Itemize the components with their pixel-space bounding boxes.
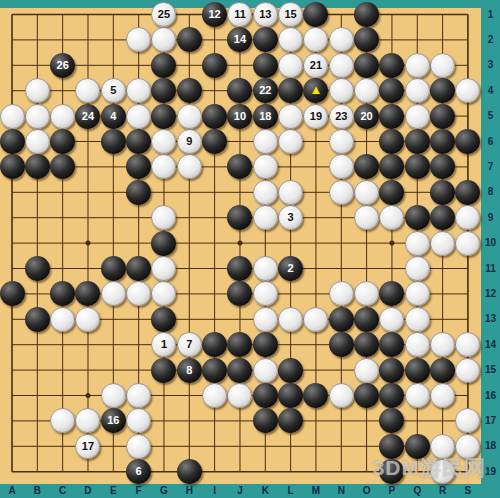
black-stone-move-8: 8 bbox=[177, 358, 202, 383]
column-label-L: L bbox=[281, 484, 301, 498]
black-stone bbox=[0, 129, 25, 154]
white-stone-move-5: 5 bbox=[101, 78, 126, 103]
column-label-J: J bbox=[230, 484, 250, 498]
black-stone bbox=[379, 104, 404, 129]
black-stone bbox=[101, 256, 126, 281]
black-stone bbox=[227, 358, 252, 383]
row-label-17: 17 bbox=[481, 416, 500, 426]
black-stone bbox=[25, 307, 50, 332]
star-point bbox=[85, 241, 90, 246]
black-stone bbox=[101, 129, 126, 154]
row-label-12: 12 bbox=[481, 289, 500, 299]
white-stone bbox=[278, 129, 303, 154]
white-stone bbox=[430, 434, 455, 459]
white-stone bbox=[278, 307, 303, 332]
white-stone bbox=[430, 383, 455, 408]
row-label-3: 3 bbox=[481, 60, 500, 70]
black-stone bbox=[151, 231, 176, 256]
black-stone-move-2: 2 bbox=[278, 256, 303, 281]
white-stone bbox=[405, 281, 430, 306]
black-stone bbox=[50, 129, 75, 154]
column-label-B: B bbox=[27, 484, 47, 498]
star-point bbox=[237, 241, 242, 246]
black-stone bbox=[126, 180, 151, 205]
black-stone bbox=[430, 358, 455, 383]
black-stone-move-12: 12 bbox=[202, 2, 227, 27]
white-stone bbox=[126, 383, 151, 408]
white-stone bbox=[405, 231, 430, 256]
white-stone bbox=[0, 104, 25, 129]
white-stone bbox=[405, 332, 430, 357]
row-label-10: 10 bbox=[481, 238, 500, 248]
black-stone bbox=[354, 383, 379, 408]
row-label-15: 15 bbox=[481, 365, 500, 375]
black-stone bbox=[177, 459, 202, 484]
white-stone bbox=[329, 383, 354, 408]
row-label-5: 5 bbox=[481, 111, 500, 121]
white-stone bbox=[253, 129, 278, 154]
black-stone bbox=[253, 383, 278, 408]
black-stone-move-22: 22 bbox=[253, 78, 278, 103]
white-stone-move-9: 9 bbox=[177, 129, 202, 154]
black-stone-move-24: 24 bbox=[75, 104, 100, 129]
white-stone bbox=[126, 104, 151, 129]
row-label-18: 18 bbox=[481, 441, 500, 451]
black-stone bbox=[329, 332, 354, 357]
row-label-14: 14 bbox=[481, 340, 500, 350]
row-label-6: 6 bbox=[481, 137, 500, 147]
row-label-4: 4 bbox=[481, 86, 500, 96]
black-stone bbox=[405, 154, 430, 179]
black-stone bbox=[253, 332, 278, 357]
black-stone bbox=[354, 307, 379, 332]
black-stone bbox=[329, 307, 354, 332]
white-stone-move-7: 7 bbox=[177, 332, 202, 357]
column-label-A: A bbox=[2, 484, 22, 498]
row-label-11: 11 bbox=[481, 264, 500, 274]
black-stone bbox=[126, 256, 151, 281]
white-stone bbox=[126, 434, 151, 459]
column-label-I: I bbox=[205, 484, 225, 498]
black-stone bbox=[202, 104, 227, 129]
white-stone bbox=[253, 205, 278, 230]
white-stone-move-19: 19 bbox=[303, 104, 328, 129]
white-stone bbox=[354, 180, 379, 205]
white-stone bbox=[430, 53, 455, 78]
white-stone bbox=[405, 307, 430, 332]
white-stone bbox=[329, 53, 354, 78]
black-stone bbox=[202, 129, 227, 154]
black-stone bbox=[126, 129, 151, 154]
column-label-E: E bbox=[103, 484, 123, 498]
black-stone bbox=[405, 129, 430, 154]
black-stone bbox=[354, 2, 379, 27]
white-stone bbox=[278, 180, 303, 205]
row-label-1: 1 bbox=[481, 10, 500, 20]
black-stone bbox=[25, 256, 50, 281]
column-label-O: O bbox=[357, 484, 377, 498]
black-stone bbox=[405, 358, 430, 383]
row-label-8: 8 bbox=[481, 187, 500, 197]
white-stone bbox=[253, 256, 278, 281]
white-stone bbox=[455, 231, 480, 256]
black-stone bbox=[405, 205, 430, 230]
column-label-R: R bbox=[433, 484, 453, 498]
white-stone bbox=[405, 256, 430, 281]
white-stone bbox=[278, 104, 303, 129]
white-stone bbox=[354, 358, 379, 383]
black-stone bbox=[430, 104, 455, 129]
black-stone bbox=[379, 358, 404, 383]
column-label-S: S bbox=[458, 484, 478, 498]
black-stone-move-18: 18 bbox=[253, 104, 278, 129]
white-stone bbox=[177, 104, 202, 129]
column-label-N: N bbox=[331, 484, 351, 498]
white-stone bbox=[430, 231, 455, 256]
column-label-H: H bbox=[179, 484, 199, 498]
white-stone bbox=[253, 358, 278, 383]
triangle-mark-icon: ▲ bbox=[310, 83, 323, 96]
white-stone bbox=[253, 180, 278, 205]
row-label-7: 7 bbox=[481, 162, 500, 172]
column-label-K: K bbox=[255, 484, 275, 498]
black-stone bbox=[278, 383, 303, 408]
white-stone bbox=[329, 78, 354, 103]
column-label-F: F bbox=[129, 484, 149, 498]
white-stone bbox=[405, 78, 430, 103]
column-label-C: C bbox=[53, 484, 73, 498]
row-label-13: 13 bbox=[481, 314, 500, 324]
black-stone bbox=[202, 53, 227, 78]
white-stone bbox=[25, 78, 50, 103]
black-stone-move-10: 10 bbox=[227, 104, 252, 129]
black-stone bbox=[202, 358, 227, 383]
black-stone-move-26: 26 bbox=[50, 53, 75, 78]
black-stone bbox=[151, 104, 176, 129]
white-stone bbox=[50, 307, 75, 332]
black-stone bbox=[253, 53, 278, 78]
star-point bbox=[389, 241, 394, 246]
black-stone bbox=[151, 358, 176, 383]
white-stone bbox=[50, 104, 75, 129]
white-stone bbox=[329, 180, 354, 205]
column-label-G: G bbox=[154, 484, 174, 498]
black-stone bbox=[430, 180, 455, 205]
black-stone bbox=[0, 154, 25, 179]
white-stone bbox=[101, 383, 126, 408]
column-label-M: M bbox=[306, 484, 326, 498]
black-stone bbox=[354, 53, 379, 78]
white-stone-move-15: 15 bbox=[278, 2, 303, 27]
white-stone bbox=[25, 129, 50, 154]
white-stone bbox=[405, 104, 430, 129]
column-label-P: P bbox=[382, 484, 402, 498]
white-stone bbox=[329, 129, 354, 154]
white-stone-move-13: 13 bbox=[253, 2, 278, 27]
black-stone bbox=[405, 434, 430, 459]
column-label-Q: Q bbox=[407, 484, 427, 498]
row-label-9: 9 bbox=[481, 213, 500, 223]
go-game-screenshot: 2512111315142621522▲24410181923209321781… bbox=[0, 0, 500, 498]
white-stone bbox=[455, 358, 480, 383]
white-stone bbox=[253, 307, 278, 332]
white-stone bbox=[278, 53, 303, 78]
white-stone bbox=[405, 53, 430, 78]
white-stone-move-23: 23 bbox=[329, 104, 354, 129]
column-label-D: D bbox=[78, 484, 98, 498]
row-label-19: 19 bbox=[481, 467, 500, 477]
white-stone bbox=[202, 383, 227, 408]
white-stone bbox=[25, 104, 50, 129]
white-stone bbox=[405, 383, 430, 408]
black-stone-move-4: 4 bbox=[101, 104, 126, 129]
row-label-16: 16 bbox=[481, 391, 500, 401]
black-stone bbox=[177, 78, 202, 103]
star-point bbox=[85, 393, 90, 398]
row-label-2: 2 bbox=[481, 35, 500, 45]
black-stone bbox=[430, 129, 455, 154]
black-stone bbox=[0, 281, 25, 306]
black-stone bbox=[278, 358, 303, 383]
black-stone-move-20: 20 bbox=[354, 104, 379, 129]
